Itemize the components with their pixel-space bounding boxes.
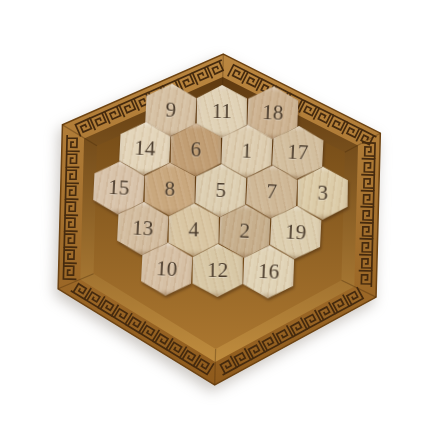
tile-number: 8 — [164, 179, 175, 200]
tile-number: 5 — [215, 180, 226, 201]
hex-tile-face: 16 — [243, 244, 295, 299]
tile-number: 12 — [207, 259, 228, 280]
hex-tile-face: 12 — [192, 243, 243, 297]
tile-number: 11 — [212, 100, 232, 121]
tile-number: 7 — [265, 181, 277, 202]
tile-number: 19 — [285, 221, 307, 243]
tile-number: 3 — [317, 183, 328, 204]
hex-tile[interactable]: 10 — [140, 241, 193, 296]
tile-number: 10 — [156, 258, 178, 280]
tile-number: 4 — [188, 219, 199, 240]
tile-number: 15 — [107, 177, 129, 199]
hex-tile[interactable]: 16 — [243, 244, 295, 299]
tile-number: 13 — [132, 217, 154, 239]
tile-number: 9 — [165, 99, 177, 120]
tile-number: 6 — [190, 140, 201, 161]
tile-number: 14 — [134, 138, 156, 160]
tile-number: 17 — [287, 142, 309, 164]
tile-number: 16 — [258, 260, 280, 282]
tile-grid: 9 11 18 14 6 1 17 15 8 5 7 3 13 4 2 19 1… — [0, 0, 436, 436]
hex-tile[interactable]: 12 — [192, 243, 243, 297]
tile-number: 2 — [239, 220, 250, 241]
tile-number: 1 — [241, 141, 252, 162]
photo-background: 9 11 18 14 6 1 17 15 8 5 7 3 13 4 2 19 1… — [0, 0, 436, 436]
tile-number: 18 — [262, 101, 284, 123]
tile-row: 10 12 16 — [141, 242, 294, 299]
hex-tile-face: 10 — [140, 241, 193, 296]
